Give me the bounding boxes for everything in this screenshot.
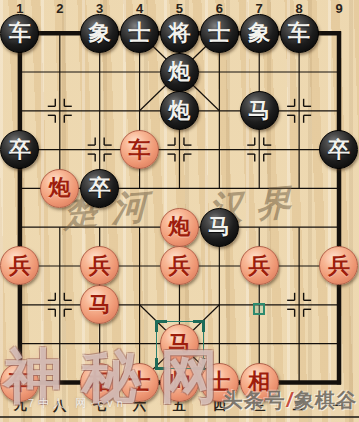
watermark-channel: 头条号/象棋谷	[222, 387, 357, 414]
bottom-separator	[0, 416, 359, 418]
piece-black-horse[interactable]: 马	[240, 91, 279, 130]
watermark-channel-prefix: 头条号	[222, 389, 285, 411]
piece-red-soldier[interactable]: 兵	[0, 246, 39, 285]
piece-black-horse[interactable]: 马	[200, 208, 239, 247]
piece-red-soldier[interactable]: 兵	[160, 246, 199, 285]
watermark-channel-suffix: 象棋谷	[294, 389, 357, 411]
selection-corner-icon	[193, 320, 205, 332]
piece-black-cannon[interactable]: 炮	[160, 91, 199, 130]
piece-black-general[interactable]: 将	[160, 14, 199, 53]
piece-black-advisor[interactable]: 士	[200, 14, 239, 53]
watermark-site-url: 7中人 网·cvn	[28, 396, 127, 411]
xiangqi-app-screen: 楚河 汉界 123456789 九八七六五四三二一 车象士将士象车炮炮马卒车卒炮…	[0, 0, 359, 422]
piece-black-elephant[interactable]: 象	[240, 14, 279, 53]
piece-red-cannon[interactable]: 炮	[40, 169, 79, 208]
piece-black-elephant[interactable]: 象	[80, 14, 119, 53]
watermark-slash: /	[285, 389, 294, 411]
piece-red-horse[interactable]: 马	[80, 285, 119, 324]
piece-red-chariot[interactable]: 车	[120, 130, 159, 169]
piece-red-soldier[interactable]: 兵	[240, 246, 279, 285]
piece-black-cannon[interactable]: 炮	[160, 53, 199, 92]
piece-red-soldier[interactable]: 兵	[319, 246, 358, 285]
selection-corner-icon	[155, 320, 167, 332]
piece-red-cannon[interactable]: 炮	[160, 208, 199, 247]
piece-black-soldier[interactable]: 卒	[0, 130, 39, 169]
piece-black-soldier[interactable]: 卒	[80, 169, 119, 208]
piece-black-advisor[interactable]: 士	[120, 14, 159, 53]
piece-black-chariot[interactable]: 车	[280, 14, 319, 53]
piece-black-chariot[interactable]: 车	[0, 14, 39, 53]
piece-black-soldier[interactable]: 卒	[319, 130, 358, 169]
piece-red-soldier[interactable]: 兵	[80, 246, 119, 285]
